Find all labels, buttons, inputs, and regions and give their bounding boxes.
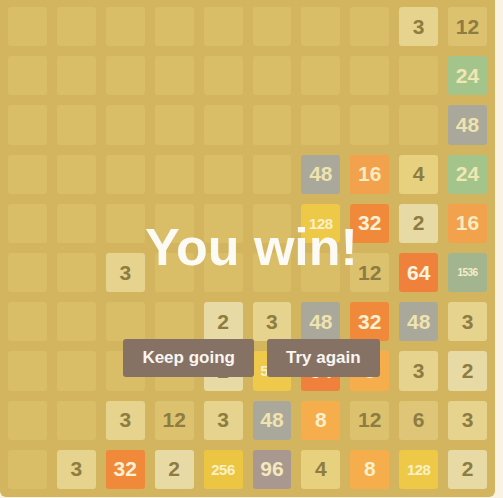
empty-cell	[8, 56, 47, 95]
empty-cell	[57, 253, 96, 292]
empty-cell	[253, 204, 292, 243]
empty-cell	[57, 155, 96, 194]
tile-8: 8	[350, 450, 389, 489]
tile-48: 48	[301, 155, 340, 194]
tile-8: 8	[301, 401, 340, 440]
empty-cell	[106, 155, 145, 194]
empty-cell	[301, 7, 340, 46]
empty-cell	[106, 302, 145, 341]
empty-cell	[155, 56, 194, 95]
empty-cell	[8, 450, 47, 489]
empty-cell	[350, 56, 389, 95]
tile-4: 4	[301, 450, 340, 489]
tile-4: 4	[399, 155, 438, 194]
tile-3: 3	[448, 401, 487, 440]
empty-cell	[57, 204, 96, 243]
tile-3: 3	[448, 302, 487, 341]
empty-cell	[57, 56, 96, 95]
tile-3: 3	[106, 401, 145, 440]
tile-3: 3	[399, 7, 438, 46]
empty-cell	[8, 253, 47, 292]
empty-cell	[204, 105, 243, 144]
empty-cell	[155, 204, 194, 243]
tile-128: 128	[399, 450, 438, 489]
empty-cell	[8, 105, 47, 144]
empty-cell	[301, 253, 340, 292]
tile-16: 16	[448, 204, 487, 243]
empty-cell	[204, 204, 243, 243]
tile-2: 2	[399, 204, 438, 243]
tile-24: 24	[448, 155, 487, 194]
empty-cell	[8, 302, 47, 341]
empty-cell	[8, 204, 47, 243]
empty-cell	[57, 105, 96, 144]
tile-128: 128	[301, 204, 340, 243]
tile-2: 2	[448, 450, 487, 489]
empty-cell	[204, 253, 243, 292]
win-button-row: Keep going Try again	[0, 339, 503, 377]
empty-cell	[399, 105, 438, 144]
tile-12: 12	[350, 253, 389, 292]
empty-cell	[57, 401, 96, 440]
empty-cell	[106, 7, 145, 46]
keep-going-button[interactable]: Keep going	[123, 339, 254, 377]
empty-cell	[204, 7, 243, 46]
tile-3: 3	[253, 302, 292, 341]
empty-cell	[8, 155, 47, 194]
tile-12: 12	[350, 401, 389, 440]
empty-cell	[106, 204, 145, 243]
empty-cell	[301, 105, 340, 144]
tile-48: 48	[448, 105, 487, 144]
empty-cell	[204, 155, 243, 194]
tile-1536: 1536	[448, 253, 487, 292]
empty-cell	[253, 155, 292, 194]
tile-64: 64	[399, 253, 438, 292]
tile-3: 3	[204, 401, 243, 440]
empty-cell	[8, 401, 47, 440]
tile-2: 2	[204, 302, 243, 341]
game-page: { "game": "2048 variant (10x10 board, ti…	[0, 0, 503, 498]
empty-cell	[155, 155, 194, 194]
empty-cell	[253, 56, 292, 95]
tile-32: 32	[106, 450, 145, 489]
empty-cell	[253, 253, 292, 292]
empty-cell	[204, 56, 243, 95]
empty-cell	[155, 302, 194, 341]
board-2048[interactable]: 3122448481642412832216312641536234832483…	[0, 0, 495, 497]
empty-cell	[155, 105, 194, 144]
empty-cell	[350, 105, 389, 144]
empty-cell	[253, 105, 292, 144]
empty-cell	[106, 56, 145, 95]
empty-cell	[106, 105, 145, 144]
tile-12: 12	[448, 7, 487, 46]
empty-cell	[253, 7, 292, 46]
tile-16: 16	[350, 155, 389, 194]
tile-32: 32	[350, 302, 389, 341]
empty-cell	[57, 7, 96, 46]
tile-6: 6	[399, 401, 438, 440]
tile-32: 32	[350, 204, 389, 243]
empty-cell	[350, 7, 389, 46]
tile-3: 3	[57, 450, 96, 489]
empty-cell	[301, 56, 340, 95]
tile-48: 48	[253, 401, 292, 440]
tile-48: 48	[399, 302, 438, 341]
empty-cell	[399, 56, 438, 95]
empty-cell	[155, 253, 194, 292]
empty-cell	[8, 7, 47, 46]
try-again-button[interactable]: Try again	[267, 339, 380, 377]
empty-cell	[57, 302, 96, 341]
empty-cell	[155, 7, 194, 46]
tile-2: 2	[155, 450, 194, 489]
tile-12: 12	[155, 401, 194, 440]
tile-24: 24	[448, 56, 487, 95]
tile-3: 3	[106, 253, 145, 292]
tile-256: 256	[204, 450, 243, 489]
tile-48: 48	[301, 302, 340, 341]
tile-96: 96	[253, 450, 292, 489]
